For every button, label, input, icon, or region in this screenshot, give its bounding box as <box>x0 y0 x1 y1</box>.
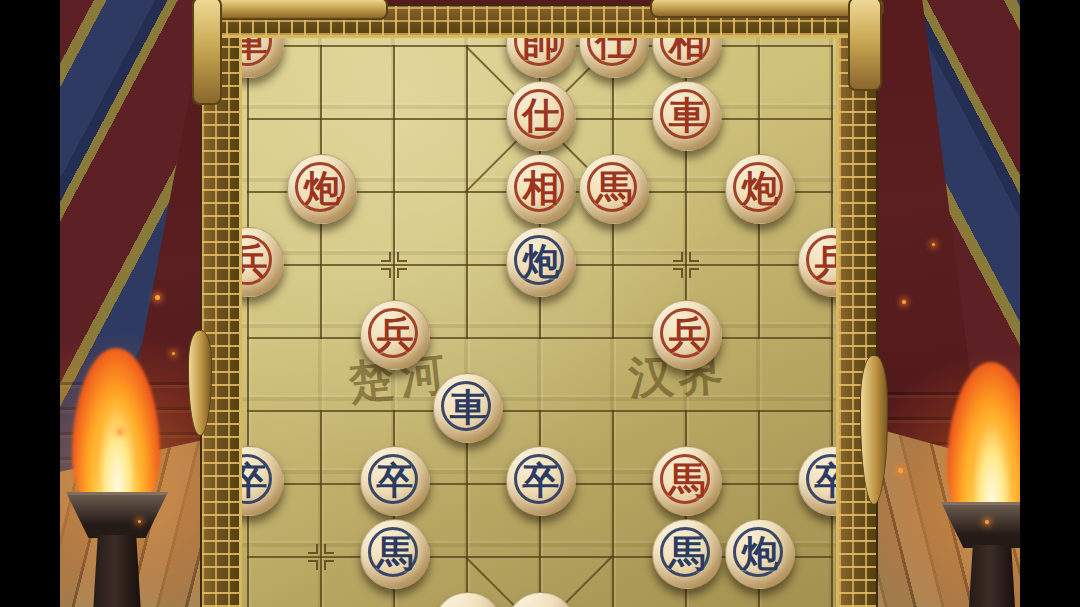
piece-character: 車 <box>242 38 268 61</box>
piece-red-炮-f7r2[interactable]: 炮 <box>725 154 795 224</box>
piece-red-兵-f6r4[interactable]: 兵 <box>652 300 722 370</box>
piece-character: 車 <box>669 97 706 134</box>
piece-red-帥-f4r0[interactable]: 帥 <box>506 38 576 78</box>
piece-black-卒-f4r6[interactable]: 卒 <box>506 446 576 516</box>
piece-red-仕-f5r0[interactable]: 仕 <box>579 38 649 78</box>
ember-spark <box>902 300 906 304</box>
brazier-stand <box>93 535 141 607</box>
ember-spark <box>118 430 122 434</box>
corner-ornament-top-left <box>192 0 222 105</box>
piece-character: 卒 <box>815 462 837 499</box>
piece-red-相-f6r0[interactable]: 相 <box>652 38 722 78</box>
grid-line <box>247 45 249 607</box>
piece-black-馬-f6r7[interactable]: 馬 <box>652 519 722 589</box>
piece-black-車-f3r5[interactable]: 車 <box>433 373 503 443</box>
piece-character: 兵 <box>669 316 706 353</box>
piece-black-卒-f2r6[interactable]: 卒 <box>360 446 430 516</box>
ember-spark <box>985 520 989 524</box>
piece-red-兵-f8r3[interactable]: 兵 <box>798 227 836 297</box>
letterbox-right <box>1020 0 1080 607</box>
star-point-marker <box>381 252 407 278</box>
piece-character: 炮 <box>523 243 560 280</box>
brazier-stand <box>968 545 1016 607</box>
corner-ornament-top-right <box>848 0 882 91</box>
piece-character: 炮 <box>742 535 779 572</box>
star-point-marker <box>673 252 699 278</box>
piece-unknown-cropped-f4r8[interactable] <box>506 592 576 607</box>
piece-character: 馬 <box>669 462 706 499</box>
piece-character: 兵 <box>242 243 268 280</box>
piece-character: 炮 <box>742 170 779 207</box>
piece-black-卒-f0r6[interactable]: 卒 <box>242 446 284 516</box>
scene-background: 楚河 汉界 車帥仕相仕車炮相馬炮兵炮兵兵兵車卒卒卒馬卒馬馬炮 <box>60 0 1020 607</box>
piece-red-馬-f6r6[interactable]: 馬 <box>652 446 722 516</box>
piece-character: 卒 <box>242 462 268 499</box>
piece-black-馬-f2r7[interactable]: 馬 <box>360 519 430 589</box>
xiangqi-board[interactable]: 楚河 汉界 車帥仕相仕車炮相馬炮兵炮兵兵兵車卒卒卒馬卒馬馬炮 <box>242 38 836 607</box>
piece-black-卒-f8r6[interactable]: 卒 <box>798 446 836 516</box>
star-point-marker <box>308 544 334 570</box>
grid-line <box>393 45 395 339</box>
ember-spark <box>932 243 935 246</box>
board-frame: 楚河 汉界 車帥仕相仕車炮相馬炮兵炮兵兵兵車卒卒卒馬卒馬馬炮 <box>200 0 878 607</box>
piece-character: 相 <box>669 38 706 61</box>
grid-line <box>320 410 322 607</box>
piece-black-炮-f4r3[interactable]: 炮 <box>506 227 576 297</box>
piece-red-兵-f2r4[interactable]: 兵 <box>360 300 430 370</box>
piece-red-炮-f1r2[interactable]: 炮 <box>287 154 357 224</box>
piece-character: 相 <box>523 170 560 207</box>
frame-meander-right <box>836 4 878 607</box>
piece-black-炮-f7r7[interactable]: 炮 <box>725 519 795 589</box>
piece-character: 卒 <box>377 462 414 499</box>
piece-character: 帥 <box>523 38 560 61</box>
grid-line <box>831 45 833 607</box>
piece-character: 馬 <box>596 170 633 207</box>
piece-character: 炮 <box>304 170 341 207</box>
piece-character: 仕 <box>596 38 633 61</box>
piece-character: 兵 <box>815 243 837 280</box>
piece-red-馬-f5r2[interactable]: 馬 <box>579 154 649 224</box>
piece-character: 馬 <box>377 535 414 572</box>
piece-red-車-f6r1[interactable]: 車 <box>652 81 722 151</box>
piece-character: 仕 <box>523 97 560 134</box>
ember-spark <box>155 295 160 300</box>
piece-character: 卒 <box>523 462 560 499</box>
ember-spark <box>172 352 175 355</box>
piece-unknown-cropped-f3r8[interactable] <box>433 592 503 607</box>
grid-line <box>612 410 614 607</box>
piece-red-車-f0r0[interactable]: 車 <box>242 38 284 78</box>
xiangqi-game-screen: 楚河 汉界 車帥仕相仕車炮相馬炮兵炮兵兵兵車卒卒卒馬卒馬馬炮 <box>0 0 1080 607</box>
letterbox-left <box>0 0 60 607</box>
piece-character: 車 <box>450 389 487 426</box>
ember-spark <box>898 468 903 473</box>
piece-character: 兵 <box>377 316 414 353</box>
piece-red-仕-f4r1[interactable]: 仕 <box>506 81 576 151</box>
piece-red-相-f4r2[interactable]: 相 <box>506 154 576 224</box>
ember-spark <box>138 520 141 523</box>
piece-red-兵-f0r3[interactable]: 兵 <box>242 227 284 297</box>
piece-character: 馬 <box>669 535 706 572</box>
